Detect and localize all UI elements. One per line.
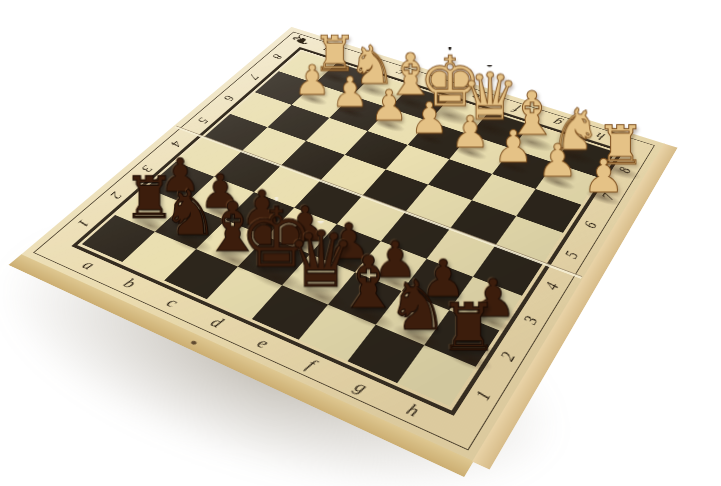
pawn-glyph: ♟ — [294, 59, 331, 100]
product-photo-chess-set: ❧ aabbccddeeffgghh1122334455667788 ♜♞♝♚♛… — [0, 0, 721, 486]
pawn-glyph: ♟ — [582, 153, 623, 199]
pawn-glyph: ♟ — [493, 124, 533, 169]
chess-board: ❧ aabbccddeeffgghh1122334455667788 ♜♞♝♚♛… — [21, 27, 665, 462]
pieces-layer: ♜♞♝♚♛♝♞♜♟♟♟♟♟♟♟♟♟♟♟♟♟♟♟♟♜♞♝♚♛♝♞♜ — [21, 27, 665, 462]
queen-finial-tip — [487, 61, 493, 67]
pawn-glyph: ♟ — [370, 84, 408, 127]
king-finial-tip — [275, 189, 278, 200]
hinge-screw — [190, 340, 197, 345]
pawn-glyph: ♟ — [537, 138, 578, 183]
pawn-glyph: ♟ — [331, 71, 369, 113]
pawn-glyph: ♟ — [451, 110, 490, 154]
perspective-scene: ❧ aabbccddeeffgghh1122334455667788 ♜♞♝♚♛… — [0, 0, 721, 486]
queen-finial-tip — [318, 217, 325, 224]
rook-glyph: ♜ — [439, 294, 498, 360]
pawn-glyph: ♟ — [410, 97, 449, 140]
king-finial-tip — [448, 41, 451, 50]
